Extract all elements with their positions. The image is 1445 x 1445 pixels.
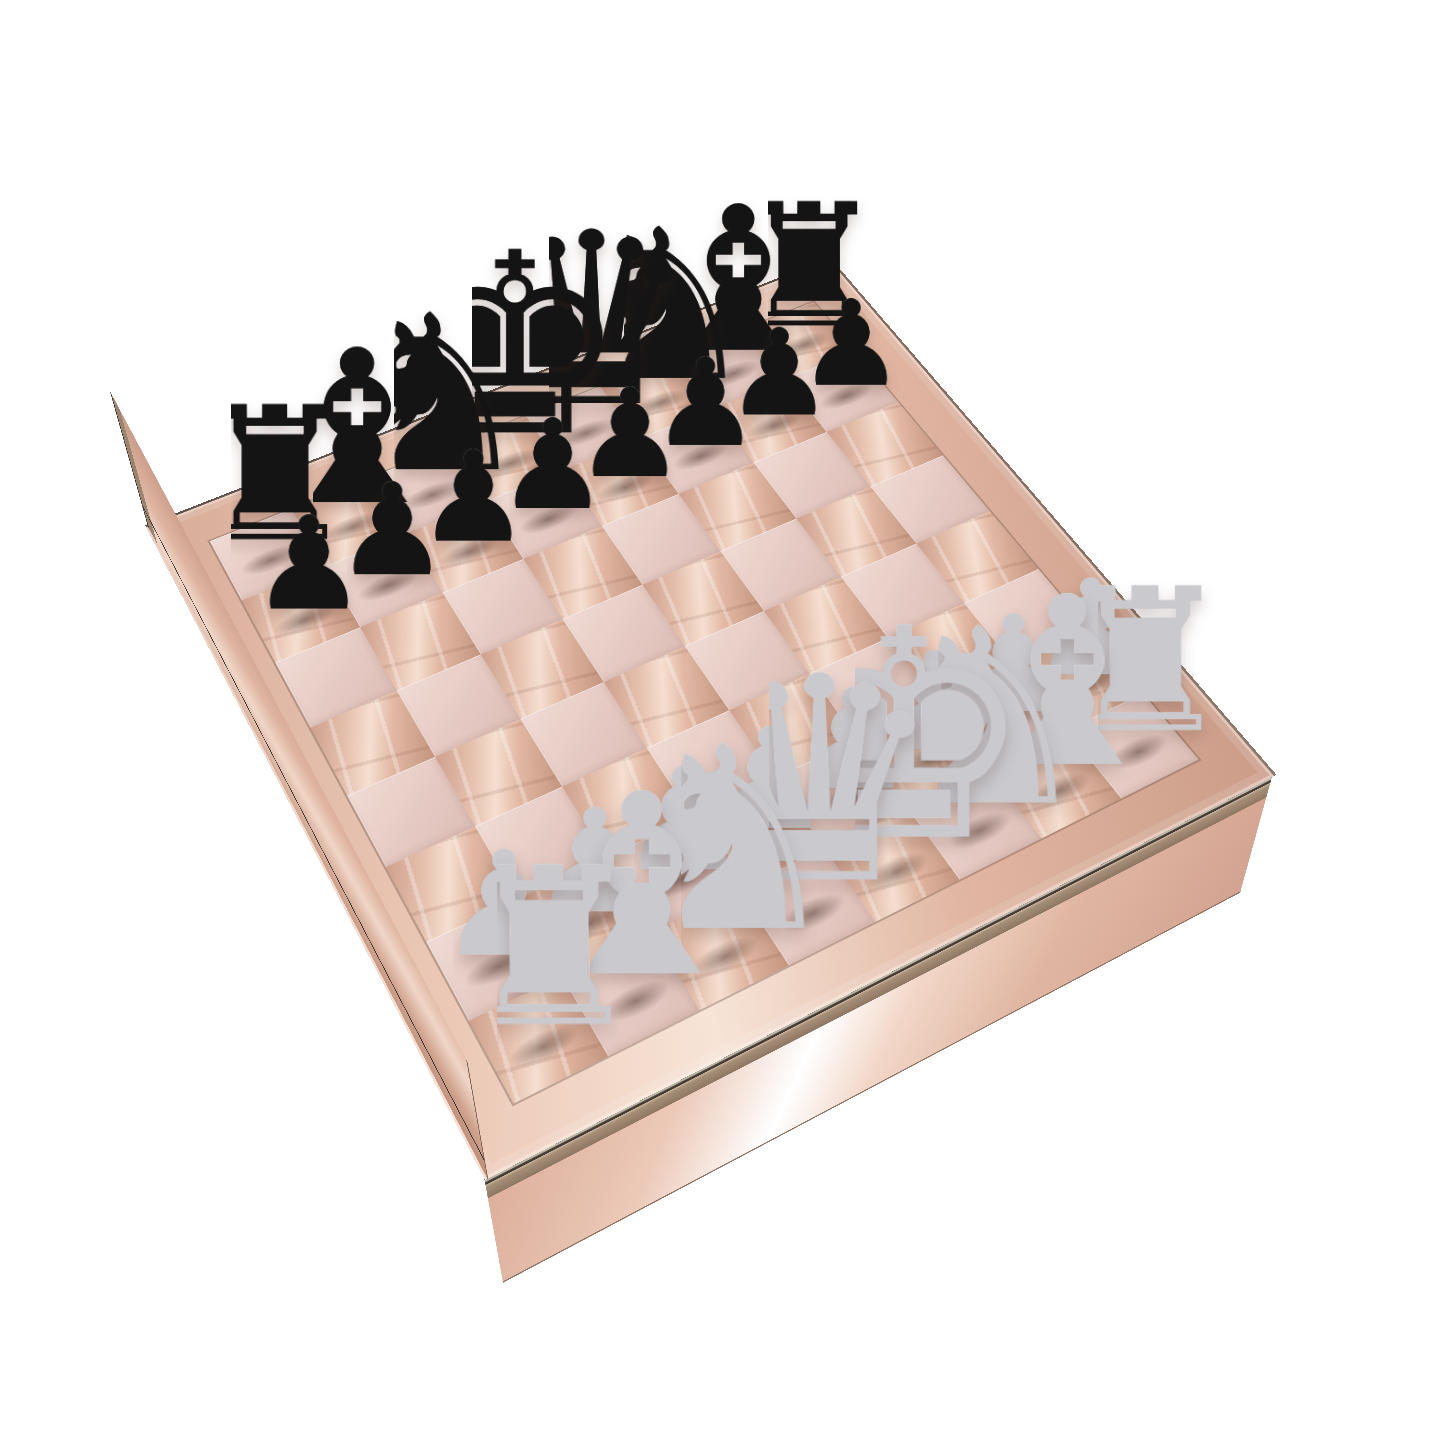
- scene: ♜♝♞♚♛♞♝♜♟♟♟♟♟♟♟♟♟♟♟♟♟♟♟♟♜♝♞♛♚♞♝♜: [0, 0, 1445, 1445]
- product-photo: { "game": "chess", "scene": "Product pho…: [0, 0, 1445, 1445]
- chess-box: ♜♝♞♚♛♞♝♜♟♟♟♟♟♟♟♟♟♟♟♟♟♟♟♟♜♝♞♛♚♞♝♜: [145, 258, 1277, 1180]
- pawn-glyph: ♟: [264, 499, 354, 628]
- rook-glyph: ♜: [497, 840, 602, 1058]
- piece-black-pawn-a7: ♟: [242, 567, 360, 663]
- piece-white-rook-a1: ♜: [469, 976, 608, 1104]
